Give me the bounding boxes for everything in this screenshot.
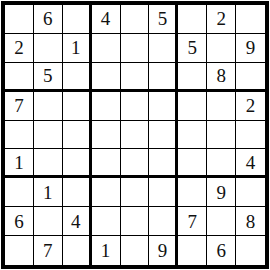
cell-r3c3[interactable] — [63, 63, 92, 92]
cell-r8c6[interactable] — [149, 207, 178, 236]
cell-r7c7[interactable] — [178, 178, 207, 207]
cell-r3c1[interactable] — [5, 63, 34, 92]
cell-r7c8[interactable]: 9 — [207, 178, 236, 207]
cell-r2c1[interactable]: 2 — [5, 34, 34, 63]
cell-r1c4[interactable]: 4 — [92, 5, 121, 34]
cell-r1c2[interactable]: 6 — [34, 5, 63, 34]
cell-r2c3[interactable]: 1 — [63, 34, 92, 63]
cell-r1c6[interactable]: 5 — [149, 5, 178, 34]
cell-r5c8[interactable] — [207, 121, 236, 150]
cell-r2c5[interactable] — [121, 34, 150, 63]
cell-r5c9[interactable] — [236, 121, 265, 150]
cell-r4c7[interactable] — [178, 92, 207, 121]
cell-r7c2[interactable]: 1 — [34, 178, 63, 207]
cell-r2c6[interactable] — [149, 34, 178, 63]
sudoku-board: 645221595872141964787196 — [1, 1, 269, 269]
cell-r4c9[interactable]: 2 — [236, 92, 265, 121]
cell-r9c8[interactable]: 6 — [207, 236, 236, 265]
cell-r8c4[interactable] — [92, 207, 121, 236]
cell-r1c5[interactable] — [121, 5, 150, 34]
cell-r7c6[interactable] — [149, 178, 178, 207]
cell-r7c9[interactable] — [236, 178, 265, 207]
cell-r9c2[interactable]: 7 — [34, 236, 63, 265]
cell-r6c4[interactable] — [92, 149, 121, 178]
cell-r2c7[interactable]: 5 — [178, 34, 207, 63]
cell-r3c5[interactable] — [121, 63, 150, 92]
cell-r8c2[interactable] — [34, 207, 63, 236]
cell-r6c8[interactable] — [207, 149, 236, 178]
cell-r4c8[interactable] — [207, 92, 236, 121]
cell-r3c6[interactable] — [149, 63, 178, 92]
cell-r4c5[interactable] — [121, 92, 150, 121]
cell-r8c3[interactable]: 4 — [63, 207, 92, 236]
cell-r5c1[interactable] — [5, 121, 34, 150]
cell-r8c8[interactable] — [207, 207, 236, 236]
cell-r1c7[interactable] — [178, 5, 207, 34]
cell-r7c4[interactable] — [92, 178, 121, 207]
cell-r7c5[interactable] — [121, 178, 150, 207]
cell-r1c9[interactable] — [236, 5, 265, 34]
cell-r6c3[interactable] — [63, 149, 92, 178]
cell-r5c6[interactable] — [149, 121, 178, 150]
cell-r6c1[interactable]: 1 — [5, 149, 34, 178]
cell-r6c6[interactable] — [149, 149, 178, 178]
cell-r9c3[interactable] — [63, 236, 92, 265]
cell-r8c7[interactable]: 7 — [178, 207, 207, 236]
cell-r3c9[interactable] — [236, 63, 265, 92]
cell-r7c1[interactable] — [5, 178, 34, 207]
cell-r4c1[interactable]: 7 — [5, 92, 34, 121]
cell-r8c5[interactable] — [121, 207, 150, 236]
cell-r9c5[interactable] — [121, 236, 150, 265]
cell-r5c2[interactable] — [34, 121, 63, 150]
cell-r5c3[interactable] — [63, 121, 92, 150]
cell-r8c9[interactable]: 8 — [236, 207, 265, 236]
cell-r9c9[interactable] — [236, 236, 265, 265]
cell-r6c5[interactable] — [121, 149, 150, 178]
cell-r3c7[interactable] — [178, 63, 207, 92]
cell-r9c7[interactable] — [178, 236, 207, 265]
cell-r4c2[interactable] — [34, 92, 63, 121]
cell-r9c1[interactable] — [5, 236, 34, 265]
cell-r4c6[interactable] — [149, 92, 178, 121]
cell-r1c8[interactable]: 2 — [207, 5, 236, 34]
cell-r2c4[interactable] — [92, 34, 121, 63]
cell-r3c4[interactable] — [92, 63, 121, 92]
cell-r5c7[interactable] — [178, 121, 207, 150]
cell-r3c2[interactable]: 5 — [34, 63, 63, 92]
cell-r2c8[interactable] — [207, 34, 236, 63]
cell-r6c2[interactable] — [34, 149, 63, 178]
cell-r7c3[interactable] — [63, 178, 92, 207]
cell-r1c1[interactable] — [5, 5, 34, 34]
cell-r2c9[interactable]: 9 — [236, 34, 265, 63]
cell-r6c9[interactable]: 4 — [236, 149, 265, 178]
cell-r4c3[interactable] — [63, 92, 92, 121]
cell-r3c8[interactable]: 8 — [207, 63, 236, 92]
cell-r5c4[interactable] — [92, 121, 121, 150]
sudoku-puzzle: 645221595872141964787196 — [0, 0, 270, 270]
cell-r8c1[interactable]: 6 — [5, 207, 34, 236]
cell-r4c4[interactable] — [92, 92, 121, 121]
cell-r6c7[interactable] — [178, 149, 207, 178]
cell-r1c3[interactable] — [63, 5, 92, 34]
cell-r2c2[interactable] — [34, 34, 63, 63]
cell-r9c4[interactable]: 1 — [92, 236, 121, 265]
cell-r9c6[interactable]: 9 — [149, 236, 178, 265]
cell-r5c5[interactable] — [121, 121, 150, 150]
